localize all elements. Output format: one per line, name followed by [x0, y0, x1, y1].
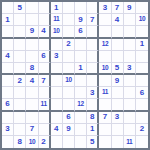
sudoku-cell-r2c7[interactable]: 9: [75, 14, 87, 26]
cell-value: 1: [54, 4, 58, 12]
sudoku-cell-r5c6[interactable]: [63, 51, 75, 63]
cell-value: 9: [78, 16, 82, 24]
sudoku-cell-r6c10[interactable]: 5: [112, 63, 124, 75]
cell-value: 12: [102, 41, 108, 48]
sudoku-cell-r9c8[interactable]: [87, 99, 99, 111]
sudoku-cell-r5c12[interactable]: [136, 51, 148, 63]
sudoku-cell-r7c12[interactable]: [136, 75, 148, 87]
sudoku-cell-r7c8[interactable]: [87, 75, 99, 87]
sudoku-cell-r1c11[interactable]: 9: [124, 2, 136, 14]
sudoku-cell-r1c8[interactable]: [87, 2, 99, 14]
sudoku-cell-r8c3[interactable]: [26, 87, 38, 99]
cell-value: 4: [115, 16, 119, 24]
sudoku-cell-r1c12[interactable]: [136, 2, 148, 14]
sudoku-cell-r2c2[interactable]: [14, 14, 26, 26]
sudoku-cell-r11c8[interactable]: 1: [87, 124, 99, 136]
sudoku-cell-r9c12[interactable]: [136, 99, 148, 111]
sudoku-cell-r8c10[interactable]: [112, 87, 124, 99]
sudoku-cell-r3c12[interactable]: [136, 26, 148, 38]
sudoku-cell-r7c7[interactable]: [75, 75, 87, 87]
sudoku-cell-r7c1[interactable]: [2, 75, 14, 87]
sudoku-cell-r1c10[interactable]: 7: [112, 2, 124, 14]
sudoku-cell-r9c5[interactable]: [51, 99, 63, 111]
sudoku-cell-r12c10[interactable]: [112, 136, 124, 148]
cell-value: 7: [115, 4, 119, 12]
sudoku-cell-r1c3[interactable]: [26, 2, 38, 14]
sudoku-cell-r3c7[interactable]: 6: [75, 26, 87, 38]
sudoku-cell-r8c12[interactable]: 6: [136, 87, 148, 99]
cell-value: 1: [90, 125, 94, 133]
sudoku-cell-r4c4[interactable]: [39, 39, 51, 51]
sudoku-cell-r12c11[interactable]: 11: [124, 136, 136, 148]
cell-value: 1: [78, 64, 82, 72]
cell-value: 9: [30, 27, 34, 35]
sudoku-cell-r2c11[interactable]: [124, 14, 136, 26]
sudoku-cell-r6c3[interactable]: 8: [26, 63, 38, 75]
sudoku-cell-r3c10[interactable]: [112, 26, 124, 38]
sudoku-cell-r1c2[interactable]: 5: [14, 2, 26, 14]
sudoku-cell-r12c1[interactable]: [2, 136, 14, 148]
sudoku-cell-r11c4[interactable]: [39, 124, 51, 136]
sudoku-cell-r8c8[interactable]: 3: [87, 87, 99, 99]
sudoku-cell-r8c7[interactable]: [75, 87, 87, 99]
cell-value: 2: [140, 125, 144, 133]
cell-value: 2: [18, 77, 22, 85]
cell-value: 3: [54, 52, 58, 60]
cell-value: 6: [41, 52, 45, 60]
sudoku-cell-r1c7[interactable]: [75, 2, 87, 14]
sudoku-cell-r4c11[interactable]: [124, 39, 136, 51]
sudoku-cell-r1c1[interactable]: [2, 2, 14, 14]
sudoku-cell-r10c7[interactable]: [75, 112, 87, 124]
sudoku-cell-r1c4[interactable]: [39, 2, 51, 14]
sudoku-cell-r5c11[interactable]: [124, 51, 136, 63]
sudoku-cell-r7c11[interactable]: [124, 75, 136, 87]
cell-value: 11: [53, 16, 59, 23]
cell-value: 12: [77, 101, 83, 108]
sudoku-cell-r8c1[interactable]: [2, 87, 14, 99]
sudoku-cell-r4c7[interactable]: [75, 39, 87, 51]
sudoku-cell-r7c9[interactable]: [99, 75, 111, 87]
sudoku-cell-r3c1[interactable]: [2, 26, 14, 38]
sudoku-cell-r4c9[interactable]: 12: [99, 39, 111, 51]
cell-value: 1: [140, 40, 144, 48]
cell-value: 11: [41, 101, 47, 108]
sudoku-cell-r10c1[interactable]: [2, 112, 14, 124]
sudoku-cell-r10c10[interactable]: 3: [112, 112, 124, 124]
sudoku-cell-r6c1[interactable]: [2, 63, 14, 75]
cell-value: 3: [5, 125, 9, 133]
sudoku-cell-r9c10[interactable]: [112, 99, 124, 111]
sudoku-cell-r7c5[interactable]: [51, 75, 63, 87]
sudoku-cell-r8c5[interactable]: [51, 87, 63, 99]
sudoku-cell-r10c11[interactable]: [124, 112, 136, 124]
sudoku-cell-r5c1[interactable]: 4: [2, 51, 14, 63]
sudoku-cell-r4c3[interactable]: [26, 39, 38, 51]
sudoku-cell-r7c4[interactable]: 7: [39, 75, 51, 87]
sudoku-cell-r8c4[interactable]: [39, 87, 51, 99]
cell-value: 10: [139, 16, 145, 23]
sudoku-cell-r3c4[interactable]: 4: [39, 26, 51, 38]
cell-value: 6: [66, 113, 70, 121]
sudoku-cell-r2c8[interactable]: 7: [87, 14, 99, 26]
cell-value: 7: [90, 16, 94, 24]
sudoku-cell-r1c5[interactable]: 1: [51, 2, 63, 14]
sudoku-cell-r3c6[interactable]: [63, 26, 75, 38]
sudoku-cell-r12c5[interactable]: [51, 136, 63, 148]
cell-value: 6: [5, 100, 9, 108]
sudoku-cell-r6c7[interactable]: 1: [75, 63, 87, 75]
sudoku-cell-r9c1[interactable]: 6: [2, 99, 14, 111]
cell-value: 6: [78, 27, 82, 35]
sudoku-cell-r10c6[interactable]: 6: [63, 112, 75, 124]
sudoku-cell-r5c2[interactable]: [14, 51, 26, 63]
sudoku-cell-r8c11[interactable]: [124, 87, 136, 99]
sudoku-cell-r1c9[interactable]: 3: [99, 2, 111, 14]
sudoku-cell-r4c1[interactable]: [2, 39, 14, 51]
sudoku-cell-r9c11[interactable]: [124, 99, 136, 111]
cell-value: 4: [41, 27, 45, 35]
sudoku-cell-r6c6[interactable]: [63, 63, 75, 75]
cell-value: 2: [41, 138, 45, 146]
sudoku-cell-r4c10[interactable]: [112, 39, 124, 51]
sudoku-cell-r11c7[interactable]: [75, 124, 87, 136]
sudoku-board: 5137911197410941062121463811053247109311…: [0, 0, 150, 150]
sudoku-cell-r9c6[interactable]: [63, 99, 75, 111]
cell-value: 7: [30, 125, 34, 133]
cell-value: 11: [126, 139, 132, 146]
sudoku-cell-r10c9[interactable]: 7: [99, 112, 111, 124]
sudoku-cell-r5c10[interactable]: [112, 51, 124, 63]
sudoku-cell-r9c2[interactable]: [14, 99, 26, 111]
sudoku-cell-r2c10[interactable]: 4: [112, 14, 124, 26]
cell-value: 6: [140, 89, 144, 97]
sudoku-cell-r6c5[interactable]: [51, 63, 63, 75]
sudoku-cell-r2c12[interactable]: 10: [136, 14, 148, 26]
sudoku-cell-r10c3[interactable]: [26, 112, 38, 124]
cell-value: 3: [103, 4, 107, 12]
sudoku-cell-r9c9[interactable]: [99, 99, 111, 111]
sudoku-cell-r4c12[interactable]: 1: [136, 39, 148, 51]
sudoku-cell-r10c4[interactable]: [39, 112, 51, 124]
sudoku-cell-r3c5[interactable]: 10: [51, 26, 63, 38]
sudoku-cell-r2c6[interactable]: [63, 14, 75, 26]
cell-value: 9: [66, 125, 70, 133]
sudoku-cell-r12c7[interactable]: [75, 136, 87, 148]
sudoku-cell-r6c11[interactable]: 3: [124, 63, 136, 75]
sudoku-cell-r9c3[interactable]: [26, 99, 38, 111]
sudoku-cell-r5c7[interactable]: [75, 51, 87, 63]
cell-value: 8: [30, 64, 34, 72]
sudoku-cell-r12c4[interactable]: 2: [39, 136, 51, 148]
sudoku-cell-r6c12[interactable]: [136, 63, 148, 75]
cell-value: 10: [29, 139, 35, 146]
sudoku-cell-r11c12[interactable]: 2: [136, 124, 148, 136]
sudoku-cell-r2c4[interactable]: [39, 14, 51, 26]
sudoku-cell-r7c3[interactable]: 4: [26, 75, 38, 87]
sudoku-cell-r11c5[interactable]: 4: [51, 124, 63, 136]
sudoku-cell-r11c3[interactable]: 7: [26, 124, 38, 136]
sudoku-cell-r3c11[interactable]: [124, 26, 136, 38]
cell-value: 3: [127, 64, 131, 72]
cell-value: 5: [115, 64, 119, 72]
sudoku-cell-r3c8[interactable]: [87, 26, 99, 38]
sudoku-cell-r3c9[interactable]: [99, 26, 111, 38]
sudoku-cell-r10c8[interactable]: 8: [87, 112, 99, 124]
cell-value: 10: [102, 65, 108, 72]
sudoku-cell-r12c8[interactable]: 5: [87, 136, 99, 148]
sudoku-cell-r11c11[interactable]: [124, 124, 136, 136]
cell-value: 8: [18, 138, 22, 146]
sudoku-cell-r4c8[interactable]: [87, 39, 99, 51]
cell-value: 3: [90, 89, 94, 97]
sudoku-cell-r6c9[interactable]: 10: [99, 63, 111, 75]
sudoku-cell-r3c3[interactable]: 9: [26, 26, 38, 38]
sudoku-cell-r11c2[interactable]: [14, 124, 26, 136]
sudoku-cell-r10c2[interactable]: [14, 112, 26, 124]
sudoku-cell-r12c9[interactable]: [99, 136, 111, 148]
sudoku-cell-r12c12[interactable]: [136, 136, 148, 148]
sudoku-cell-r8c6[interactable]: [63, 87, 75, 99]
cell-value: 8: [90, 113, 94, 121]
sudoku-cell-r1c6[interactable]: [63, 2, 75, 14]
cell-value: 4: [54, 125, 58, 133]
sudoku-cell-r5c4[interactable]: 6: [39, 51, 51, 63]
sudoku-cell-r11c6[interactable]: 9: [63, 124, 75, 136]
cell-value: 4: [30, 77, 34, 85]
cell-value: 9: [127, 4, 131, 12]
sudoku-cell-r12c2[interactable]: 8: [14, 136, 26, 148]
cell-value: 7: [103, 113, 107, 121]
sudoku-cell-r2c3[interactable]: [26, 14, 38, 26]
cell-value: 5: [90, 138, 94, 146]
sudoku-cell-r10c5[interactable]: [51, 112, 63, 124]
cell-value: 11: [102, 89, 108, 96]
sudoku-cell-r3c2[interactable]: [14, 26, 26, 38]
sudoku-cell-r6c2[interactable]: [14, 63, 26, 75]
sudoku-cell-r8c9[interactable]: 11: [99, 87, 111, 99]
sudoku-cell-r4c6[interactable]: 2: [63, 39, 75, 51]
cell-value: 5: [18, 4, 22, 12]
sudoku-cell-r6c8[interactable]: [87, 63, 99, 75]
sudoku-cell-r8c2[interactable]: [14, 87, 26, 99]
sudoku-cell-r4c2[interactable]: [14, 39, 26, 51]
sudoku-cell-r9c4[interactable]: 11: [39, 99, 51, 111]
cell-value: 1: [5, 16, 9, 24]
cell-value: 2: [66, 40, 70, 48]
cell-value: 4: [5, 52, 9, 60]
sudoku-cell-r7c6[interactable]: 10: [63, 75, 75, 87]
cell-value: 7: [41, 77, 45, 85]
cell-value: 10: [65, 77, 71, 84]
sudoku-cell-r12c3[interactable]: 10: [26, 136, 38, 148]
sudoku-cell-r5c8[interactable]: [87, 51, 99, 63]
sudoku-cell-r11c1[interactable]: 3: [2, 124, 14, 136]
sudoku-cell-r5c3[interactable]: [26, 51, 38, 63]
sudoku-cell-r4c5[interactable]: [51, 39, 63, 51]
sudoku-cell-r11c10[interactable]: [112, 124, 124, 136]
sudoku-cell-r5c9[interactable]: [99, 51, 111, 63]
sudoku-cell-r7c10[interactable]: 9: [112, 75, 124, 87]
sudoku-cell-r7c2[interactable]: 2: [14, 75, 26, 87]
sudoku-cell-r11c9[interactable]: [99, 124, 111, 136]
cell-value: 3: [115, 113, 119, 121]
sudoku-cell-r5c5[interactable]: 3: [51, 51, 63, 63]
sudoku-cell-r2c9[interactable]: [99, 14, 111, 26]
sudoku-cell-r6c4[interactable]: [39, 63, 51, 75]
sudoku-cell-r12c6[interactable]: [63, 136, 75, 148]
cell-value: 9: [115, 77, 119, 85]
cell-value: 10: [53, 28, 59, 35]
sudoku-cell-r2c1[interactable]: 1: [2, 14, 14, 26]
sudoku-cell-r2c5[interactable]: 11: [51, 14, 63, 26]
sudoku-cell-r9c7[interactable]: 12: [75, 99, 87, 111]
sudoku-cell-r10c12[interactable]: [136, 112, 148, 124]
